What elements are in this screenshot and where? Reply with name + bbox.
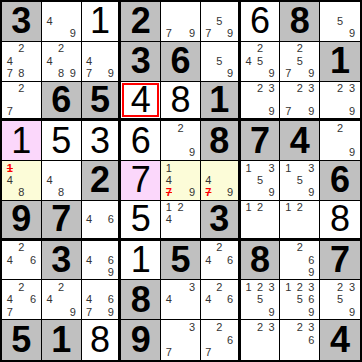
- candidate-9: 9: [308, 187, 314, 198]
- cell-r3c4-selected[interactable]: 4: [121, 82, 161, 122]
- cell-r9c7[interactable]: 23: [241, 320, 281, 360]
- candidate-7: 7: [166, 347, 172, 358]
- candidate-grid: 469: [82, 241, 119, 280]
- cell-r9c5[interactable]: 37: [161, 320, 201, 360]
- given-digit: 7: [250, 123, 270, 159]
- candidate-2: 2: [257, 43, 263, 54]
- candidate-9: 9: [308, 267, 314, 278]
- candidate-grid: 4679: [82, 280, 119, 319]
- candidate-9: 9: [269, 187, 275, 198]
- candidate-6: 6: [308, 255, 314, 266]
- given-digit: 3: [11, 3, 31, 39]
- candidate-2: 2: [177, 123, 183, 134]
- candidate-3: 3: [308, 282, 314, 293]
- cell-r5c9[interactable]: 6: [320, 161, 360, 201]
- candidate-4: 4: [86, 255, 92, 266]
- given-digit: 7: [51, 201, 71, 237]
- cell-r5c5[interactable]: 1479: [161, 161, 201, 201]
- cell-r9c6[interactable]: 267: [201, 320, 241, 360]
- candidate-grid: 246: [201, 280, 238, 319]
- candidate-7: 7: [86, 307, 92, 318]
- cell-r6c2[interactable]: 7: [42, 201, 82, 241]
- given-digit: 6: [330, 162, 350, 198]
- candidate-6: 6: [108, 255, 114, 266]
- candidate-9: 9: [70, 28, 76, 39]
- cell-r6c8[interactable]: 12: [280, 201, 320, 241]
- candidate-9: 9: [269, 106, 275, 117]
- candidate-grid: 479: [82, 42, 119, 81]
- given-digit: 1: [51, 322, 71, 358]
- candidate-8: 8: [18, 68, 24, 79]
- candidate-grid: 2359: [320, 280, 360, 319]
- cell-r3c1[interactable]: 27: [2, 82, 42, 122]
- cell-r4c9[interactable]: 29: [320, 121, 360, 161]
- cell-r5c4[interactable]: 7: [121, 161, 161, 201]
- cell-r8c5[interactable]: 34: [161, 280, 201, 320]
- candidate-7: 7: [7, 307, 13, 318]
- cell-r6c3[interactable]: 46: [82, 201, 122, 241]
- candidate-4: 4: [166, 214, 172, 225]
- cell-r3c8[interactable]: 2379: [280, 82, 320, 122]
- solved-digit: 8: [330, 201, 350, 237]
- candidate-2: 2: [297, 322, 303, 333]
- eliminated-candidate-1: 1: [7, 163, 13, 174]
- cell-r7c4[interactable]: 1: [121, 241, 161, 281]
- candidate-9: 9: [227, 28, 233, 39]
- cell-r1c7[interactable]: 6: [241, 2, 281, 42]
- given-digit: 9: [131, 322, 151, 358]
- eliminated-candidate-7: 7: [205, 187, 211, 198]
- candidate-6: 6: [227, 335, 233, 346]
- given-digit: 3: [131, 43, 151, 79]
- candidate-grid: 249: [42, 280, 81, 319]
- candidate-grid: 59: [201, 42, 238, 81]
- cell-r8c6[interactable]: 246: [201, 280, 241, 320]
- candidate-6: 6: [308, 335, 314, 346]
- cell-r6c1[interactable]: 9: [2, 201, 42, 241]
- candidate-grid: 59: [320, 2, 360, 41]
- given-digit: 4: [330, 322, 350, 358]
- candidate-4: 4: [7, 56, 13, 67]
- candidate-1: 1: [245, 282, 251, 293]
- cell-r2c5[interactable]: 6: [161, 42, 201, 82]
- candidate-1: 1: [285, 202, 291, 213]
- cell-r3c7[interactable]: 239: [241, 82, 281, 122]
- candidate-8: 8: [18, 187, 24, 198]
- candidate-2: 2: [216, 322, 222, 333]
- candidate-grid: 239: [320, 82, 360, 119]
- cell-r7c9[interactable]: 7: [320, 241, 360, 281]
- cell-r3c2[interactable]: 6: [42, 82, 82, 122]
- candidate-9: 9: [189, 187, 195, 198]
- cell-r4c8[interactable]: 4: [280, 121, 320, 161]
- candidate-grid: 12: [280, 201, 319, 238]
- cell-r9c4[interactable]: 9: [121, 320, 161, 360]
- candidate-2: 2: [297, 43, 303, 54]
- candidate-2: 2: [18, 282, 24, 293]
- cell-r1c5[interactable]: 79: [161, 2, 201, 42]
- candidate-4: 4: [7, 294, 13, 305]
- candidate-3: 3: [269, 83, 275, 94]
- given-digit: 9: [11, 201, 31, 237]
- cell-r2c7[interactable]: 2459: [241, 42, 281, 82]
- candidate-3: 3: [349, 282, 355, 293]
- given-digit: 4: [290, 123, 310, 159]
- candidate-grid: 29: [161, 121, 200, 160]
- candidate-2: 2: [18, 43, 24, 54]
- candidate-7: 7: [166, 28, 172, 39]
- candidate-9: 9: [308, 68, 314, 79]
- candidate-1: 1: [166, 163, 172, 174]
- candidate-3: 3: [269, 163, 275, 174]
- solved-digit: 7: [131, 162, 151, 198]
- given-digit: 3: [51, 242, 71, 278]
- candidate-2: 2: [58, 43, 64, 54]
- given-digit: 2: [131, 3, 151, 39]
- given-digit: 5: [90, 82, 110, 118]
- solved-digit: 6: [131, 123, 151, 159]
- cell-r3c6[interactable]: 1: [201, 82, 241, 122]
- candidate-2: 2: [297, 83, 303, 94]
- cell-r9c3[interactable]: 8: [82, 320, 122, 360]
- cell-r1c8[interactable]: 8: [280, 2, 320, 42]
- given-digit: 5: [170, 242, 190, 278]
- cell-r4c7[interactable]: 7: [241, 121, 281, 161]
- candidate-5: 5: [257, 175, 263, 186]
- given-digit: 1: [330, 43, 350, 79]
- candidate-1: 1: [245, 163, 251, 174]
- candidate-3: 3: [308, 83, 314, 94]
- candidate-9: 9: [269, 68, 275, 79]
- candidate-grid: 79: [161, 2, 200, 41]
- candidate-2: 2: [337, 282, 343, 293]
- solved-digit: 4: [131, 82, 151, 118]
- candidate-grid: 1359: [241, 161, 280, 200]
- candidate-4: 4: [205, 175, 211, 186]
- cell-r9c1[interactable]: 5: [2, 320, 42, 360]
- cell-r8c2[interactable]: 249: [42, 280, 82, 320]
- cell-r1c2[interactable]: 49: [42, 2, 82, 42]
- candidate-2: 2: [297, 282, 303, 293]
- candidate-5: 5: [337, 16, 343, 27]
- cell-r7c5[interactable]: 5: [161, 241, 201, 281]
- candidate-grid: 37: [161, 320, 200, 360]
- cell-r2c3[interactable]: 479: [82, 42, 122, 82]
- solved-digit: 8: [170, 82, 190, 118]
- candidate-7: 7: [7, 68, 13, 79]
- cell-r2c9[interactable]: 1: [320, 42, 360, 82]
- candidate-grid: 246: [201, 241, 238, 280]
- candidate-grid: 2459: [241, 42, 280, 81]
- cell-r4c3[interactable]: 3: [82, 121, 122, 161]
- candidate-9: 9: [308, 307, 314, 318]
- candidate-3: 3: [189, 322, 195, 333]
- candidate-4: 4: [205, 255, 211, 266]
- candidate-9: 9: [269, 307, 275, 318]
- candidate-grid: 579: [201, 2, 238, 41]
- candidate-6: 6: [30, 255, 36, 266]
- solved-digit: 3: [90, 123, 110, 159]
- candidate-5: 5: [297, 56, 303, 67]
- candidate-4: 4: [47, 56, 53, 67]
- cell-r3c9[interactable]: 239: [320, 82, 360, 122]
- candidate-7: 7: [205, 28, 211, 39]
- cell-r5c3[interactable]: 2: [82, 161, 122, 201]
- cell-r2c8[interactable]: 2579: [280, 42, 320, 82]
- given-digit: 7: [330, 242, 350, 278]
- candidate-4: 4: [86, 56, 92, 67]
- candidate-4: 4: [7, 175, 13, 186]
- cell-r2c6[interactable]: 59: [201, 42, 241, 82]
- cell-r7c8[interactable]: 269: [280, 241, 320, 281]
- cell-r2c4[interactable]: 3: [121, 42, 161, 82]
- candidate-grid: 12359: [241, 280, 280, 319]
- candidate-8: 8: [58, 68, 64, 79]
- candidate-grid: 1479: [161, 161, 200, 200]
- given-digit: 8: [290, 3, 310, 39]
- candidate-2: 2: [216, 242, 222, 253]
- cell-r8c1[interactable]: 2467: [2, 280, 42, 320]
- candidate-grid: 34: [161, 280, 200, 319]
- candidate-8: 8: [58, 187, 64, 198]
- solved-digit: 1: [131, 242, 151, 278]
- candidate-3: 3: [308, 163, 314, 174]
- cell-r5c1[interactable]: 148: [2, 161, 42, 201]
- candidate-7: 7: [7, 106, 13, 117]
- cell-r4c4[interactable]: 6: [121, 121, 161, 161]
- cell-r6c4[interactable]: 5: [121, 201, 161, 241]
- eliminated-candidate-7: 7: [166, 187, 172, 198]
- candidate-4: 4: [166, 175, 172, 186]
- cell-r2c1[interactable]: 2478: [2, 42, 42, 82]
- candidate-5: 5: [216, 16, 222, 27]
- candidate-9: 9: [70, 307, 76, 318]
- cell-r1c6[interactable]: 579: [201, 2, 241, 42]
- candidate-6: 6: [108, 214, 114, 225]
- cell-r1c3[interactable]: 1: [82, 2, 122, 42]
- candidate-7: 7: [285, 68, 291, 79]
- cell-r8c3[interactable]: 4679: [82, 280, 122, 320]
- cell-r8c8[interactable]: 123569: [280, 280, 320, 320]
- candidate-9: 9: [108, 307, 114, 318]
- candidate-2: 2: [177, 202, 183, 213]
- candidate-9: 9: [308, 106, 314, 117]
- candidate-grid: 269: [280, 241, 319, 280]
- candidate-grid: 2467: [2, 280, 41, 319]
- cell-r1c4[interactable]: 2: [121, 2, 161, 42]
- candidate-7: 7: [285, 106, 291, 117]
- candidate-9: 9: [227, 187, 233, 198]
- cell-r5c8[interactable]: 1359: [280, 161, 320, 201]
- given-digit: 8: [250, 242, 270, 278]
- given-digit: 6: [170, 43, 190, 79]
- cell-r6c7[interactable]: 12: [241, 201, 281, 241]
- given-digit: 8: [131, 282, 151, 318]
- given-digit: 5: [11, 322, 31, 358]
- candidate-2: 2: [337, 123, 343, 134]
- cell-r8c7[interactable]: 12359: [241, 280, 281, 320]
- cell-r7c7[interactable]: 8: [241, 241, 281, 281]
- given-digit: 8: [209, 123, 229, 159]
- candidate-5: 5: [216, 56, 222, 67]
- candidate-grid: 2579: [280, 42, 319, 81]
- candidate-grid: 123569: [280, 280, 319, 319]
- cell-r3c3[interactable]: 5: [82, 82, 122, 122]
- candidate-2: 2: [257, 282, 263, 293]
- candidate-grid: 23: [241, 320, 280, 360]
- candidate-grid: 236: [280, 320, 319, 360]
- candidate-9: 9: [108, 68, 114, 79]
- candidate-6: 6: [308, 294, 314, 305]
- solved-digit: 5: [131, 201, 151, 237]
- candidate-grid: 1359: [280, 161, 319, 200]
- candidate-1: 1: [166, 202, 172, 213]
- candidate-4: 4: [7, 255, 13, 266]
- candidate-9: 9: [227, 68, 233, 79]
- cell-r9c2[interactable]: 1: [42, 320, 82, 360]
- candidate-grid: 46: [82, 201, 119, 238]
- cell-r8c9[interactable]: 2359: [320, 280, 360, 320]
- candidate-9: 9: [349, 147, 355, 158]
- candidate-3: 3: [269, 322, 275, 333]
- cell-r6c6[interactable]: 3: [201, 201, 241, 241]
- candidate-grid: 246: [2, 241, 41, 280]
- cell-r6c9[interactable]: 8: [320, 201, 360, 241]
- solved-digit: 8: [90, 322, 110, 358]
- cell-r1c9[interactable]: 59: [320, 2, 360, 42]
- candidate-2: 2: [58, 282, 64, 293]
- candidate-4: 4: [86, 294, 92, 305]
- cell-r5c2[interactable]: 48: [42, 161, 82, 201]
- candidate-grid: 267: [201, 320, 238, 360]
- cell-r7c2[interactable]: 3: [42, 241, 82, 281]
- cell-r9c8[interactable]: 236: [280, 320, 320, 360]
- candidate-2: 2: [337, 83, 343, 94]
- candidate-grid: 479: [201, 161, 238, 200]
- candidate-grid: 29: [320, 121, 360, 160]
- candidate-5: 5: [257, 294, 263, 305]
- candidate-2: 2: [18, 83, 24, 94]
- candidate-3: 3: [189, 282, 195, 293]
- candidate-6: 6: [30, 294, 36, 305]
- solved-digit: 1: [11, 123, 31, 159]
- candidate-5: 5: [257, 56, 263, 67]
- cell-r5c6[interactable]: 479: [201, 161, 241, 201]
- cell-r4c5[interactable]: 29: [161, 121, 201, 161]
- candidate-grid: 12: [241, 201, 280, 238]
- cell-r7c6[interactable]: 246: [201, 241, 241, 281]
- candidate-4: 4: [47, 175, 53, 186]
- candidate-3: 3: [269, 282, 275, 293]
- candidate-grid: 239: [241, 82, 280, 119]
- candidate-2: 2: [257, 322, 263, 333]
- cell-r4c1[interactable]: 1: [2, 121, 42, 161]
- cell-r2c2[interactable]: 2489: [42, 42, 82, 82]
- candidate-4: 4: [47, 294, 53, 305]
- candidate-grid: 148: [2, 161, 41, 200]
- candidate-grid: 2379: [280, 82, 319, 119]
- cell-r3c5[interactable]: 8: [161, 82, 201, 122]
- cell-r4c2[interactable]: 5: [42, 121, 82, 161]
- candidate-grid: 48: [42, 161, 81, 200]
- candidate-1: 1: [285, 163, 291, 174]
- candidate-6: 6: [108, 294, 114, 305]
- candidate-5: 5: [297, 175, 303, 186]
- candidate-9: 9: [108, 267, 114, 278]
- candidate-9: 9: [70, 68, 76, 79]
- candidate-9: 9: [349, 28, 355, 39]
- candidate-2: 2: [257, 83, 263, 94]
- candidate-7: 7: [205, 347, 211, 358]
- candidate-3: 3: [349, 83, 355, 94]
- candidate-1: 1: [245, 202, 251, 213]
- candidate-4: 4: [86, 214, 92, 225]
- candidate-9: 9: [349, 307, 355, 318]
- candidate-4: 4: [166, 294, 172, 305]
- cell-r9c9[interactable]: 4: [320, 320, 360, 360]
- solved-digit: 6: [250, 3, 270, 39]
- cell-r6c5[interactable]: 124: [161, 201, 201, 241]
- candidate-4: 4: [205, 294, 211, 305]
- cell-r1c1[interactable]: 3: [2, 2, 42, 42]
- candidate-grid: 49: [42, 2, 81, 41]
- solved-digit: 1: [90, 3, 110, 39]
- cell-r8c4[interactable]: 8: [121, 280, 161, 320]
- candidate-grid: 2478: [2, 42, 41, 81]
- cell-r7c1[interactable]: 246: [2, 241, 42, 281]
- given-digit: 3: [209, 201, 229, 237]
- candidate-5: 5: [297, 294, 303, 305]
- candidate-2: 2: [257, 202, 263, 213]
- given-digit: 6: [51, 82, 71, 118]
- given-digit: 1: [209, 82, 229, 118]
- cell-r5c7[interactable]: 1359: [241, 161, 281, 201]
- candidate-2: 2: [297, 242, 303, 253]
- candidate-6: 6: [227, 294, 233, 305]
- candidate-grid: 124: [161, 201, 200, 238]
- candidate-grid: 27: [2, 82, 41, 119]
- candidate-9: 9: [189, 147, 195, 158]
- candidate-6: 6: [227, 255, 233, 266]
- candidate-grid: 2489: [42, 42, 81, 81]
- candidate-3: 3: [308, 322, 314, 333]
- candidate-9: 9: [189, 28, 195, 39]
- candidate-5: 5: [337, 294, 343, 305]
- sudoku-board: 3491279579685924782489479365924592579127…: [0, 0, 362, 362]
- candidate-2: 2: [216, 282, 222, 293]
- candidate-9: 9: [349, 106, 355, 117]
- candidate-7: 7: [86, 68, 92, 79]
- candidate-2: 2: [297, 202, 303, 213]
- candidate-4: 4: [47, 16, 53, 27]
- cell-r4c6[interactable]: 8: [201, 121, 241, 161]
- candidate-1: 1: [285, 282, 291, 293]
- candidate-4: 4: [245, 56, 251, 67]
- given-digit: 2: [90, 162, 110, 198]
- cell-r7c3[interactable]: 469: [82, 241, 122, 281]
- solved-digit: 5: [51, 123, 71, 159]
- candidate-2: 2: [18, 242, 24, 253]
